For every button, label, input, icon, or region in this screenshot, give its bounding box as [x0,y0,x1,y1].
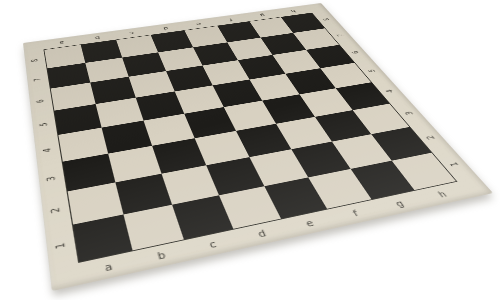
coord-label-g: g [259,13,266,17]
coord-label-5: 5 [39,122,49,127]
coord-label-f: f [351,209,360,217]
coord-label-2: 2 [50,207,62,214]
coord-label-a: a [104,262,113,273]
coord-label-c: c [208,240,218,250]
coord-label-6: 6 [351,50,361,54]
coord-label-e: e [304,219,315,228]
coord-label-5: 5 [367,69,377,73]
coord-label-b: b [157,250,167,260]
coord-label-7: 7 [336,33,345,36]
coord-label-1: 1 [448,161,461,167]
coord-label-h: h [289,9,296,13]
coord-label-g: g [394,199,406,208]
chess-board [44,13,456,262]
coord-label-f: f [228,17,233,21]
coord-label-8: 8 [31,58,40,62]
coord-label-d: d [257,229,268,239]
mat-shadow-wrapper: abcdefgh abcdefgh 87654321 87654321 [0,0,500,300]
coord-label-1: 1 [55,242,68,250]
coord-label-2: 2 [425,135,437,140]
coord-label-h: h [437,190,449,198]
coord-label-e: e [195,22,202,26]
coord-label-c: c [129,31,135,35]
coord-label-4: 4 [42,147,53,153]
coord-label-3: 3 [46,175,57,181]
coord-label-d: d [162,26,169,30]
photo-canvas: abcdefgh abcdefgh 87654321 87654321 [0,0,500,300]
coord-label-6: 6 [36,99,46,104]
board-frame [43,13,457,263]
coord-label-7: 7 [33,78,42,82]
coord-label-b: b [94,35,100,39]
coord-label-8: 8 [322,18,331,21]
chess-mat: abcdefgh abcdefgh 87654321 87654321 [23,3,493,291]
coord-label-4: 4 [385,89,396,93]
coord-label-a: a [59,40,65,45]
coord-label-3: 3 [404,111,415,116]
